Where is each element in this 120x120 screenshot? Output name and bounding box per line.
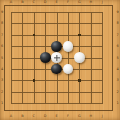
coord-label-right-3: 3 xyxy=(116,78,120,82)
coord-label-right-5: 5 xyxy=(116,56,120,60)
stone-white-F4 xyxy=(63,64,74,75)
coord-label-left-7: 7 xyxy=(0,33,4,37)
coord-label-top-B: B xyxy=(21,0,23,4)
board-intersection-D7[interactable] xyxy=(39,29,50,40)
coord-label-top-C: C xyxy=(33,0,35,4)
board-intersection-G4[interactable] xyxy=(74,63,85,74)
coord-label-bottom-A: A xyxy=(10,114,12,118)
board-intersection-F8[interactable] xyxy=(62,18,73,29)
board-intersection-C4[interactable] xyxy=(28,63,39,74)
board-intersection-H4[interactable] xyxy=(85,63,96,74)
board-intersection-D3[interactable] xyxy=(39,75,50,86)
coord-label-bottom-C: C xyxy=(33,114,35,118)
board-intersection-F3[interactable] xyxy=(62,75,73,86)
board-intersection-C1[interactable] xyxy=(28,97,39,108)
board-intersection-E5[interactable] xyxy=(51,52,62,63)
board-intersection-B6[interactable] xyxy=(17,40,28,51)
board-intersection-F9[interactable] xyxy=(62,6,73,17)
board-intersection-G1[interactable] xyxy=(74,97,85,108)
board-intersection-H2[interactable] xyxy=(85,86,96,97)
board-intersection-E2[interactable] xyxy=(51,86,62,97)
board-intersection-D4[interactable] xyxy=(39,63,50,74)
board-intersection-H8[interactable] xyxy=(85,18,96,29)
coord-label-bottom-B: B xyxy=(21,114,23,118)
board-intersection-H6[interactable] xyxy=(85,40,96,51)
board-intersection-F4[interactable] xyxy=(62,63,73,74)
coord-label-right-2: 2 xyxy=(116,90,120,94)
board-intersection-C3[interactable] xyxy=(28,75,39,86)
board-intersection-D2[interactable] xyxy=(39,86,50,97)
board-intersection-C8[interactable] xyxy=(28,18,39,29)
board-intersection-H5[interactable] xyxy=(85,52,96,63)
board-intersection-J8[interactable] xyxy=(96,18,107,29)
stone-black-E6 xyxy=(51,41,62,52)
board-intersection-G6[interactable] xyxy=(74,40,85,51)
board-intersection-H1[interactable] xyxy=(85,97,96,108)
board-intersection-A4[interactable] xyxy=(5,63,16,74)
coord-label-top-F: F xyxy=(67,0,69,4)
board-intersection-G3[interactable] xyxy=(74,75,85,86)
board-intersection-B8[interactable] xyxy=(17,18,28,29)
board-intersection-F2[interactable] xyxy=(62,86,73,97)
board-intersection-B3[interactable] xyxy=(17,75,28,86)
board-intersection-E4[interactable] xyxy=(51,63,62,74)
coord-label-top-J: J xyxy=(102,0,103,4)
board-intersection-B9[interactable] xyxy=(17,6,28,17)
board-intersection-E7[interactable] xyxy=(51,29,62,40)
board-intersection-B4[interactable] xyxy=(17,63,28,74)
board-intersection-D8[interactable] xyxy=(39,18,50,29)
board-intersection-C6[interactable] xyxy=(28,40,39,51)
coord-label-left-6: 6 xyxy=(0,44,4,48)
board-intersection-B2[interactable] xyxy=(17,86,28,97)
board-intersection-J2[interactable] xyxy=(96,86,107,97)
coord-label-bottom-E: E xyxy=(55,114,57,118)
last-move-marker xyxy=(54,55,60,61)
board-intersection-B7[interactable] xyxy=(17,29,28,40)
stone-white-G5 xyxy=(74,52,85,63)
stone-black-E4 xyxy=(51,64,62,75)
coord-label-left-1: 1 xyxy=(0,101,4,105)
board-intersection-E1[interactable] xyxy=(51,97,62,108)
board-intersection-D6[interactable] xyxy=(39,40,50,51)
board-intersection-F6[interactable] xyxy=(62,40,73,51)
coord-label-top-A: A xyxy=(10,0,12,4)
stone-white-F6 xyxy=(63,41,74,52)
board-intersection-F7[interactable] xyxy=(62,29,73,40)
coord-label-right-9: 9 xyxy=(116,10,120,14)
board-intersection-H7[interactable] xyxy=(85,29,96,40)
board-grid xyxy=(5,6,108,109)
board-intersection-A8[interactable] xyxy=(5,18,16,29)
coord-label-right-7: 7 xyxy=(116,33,120,37)
coord-label-bottom-H: H xyxy=(89,114,92,118)
board-intersection-J5[interactable] xyxy=(96,52,107,63)
board-intersection-C9[interactable] xyxy=(28,6,39,17)
board-intersection-E3[interactable] xyxy=(51,75,62,86)
board-intersection-J4[interactable] xyxy=(96,63,107,74)
go-board-screen: AABBCCDDEEFFGGHHJJ998877665544332211 xyxy=(0,0,120,120)
coord-label-left-5: 5 xyxy=(0,56,4,60)
board-intersection-J3[interactable] xyxy=(96,75,107,86)
coord-label-right-6: 6 xyxy=(116,44,120,48)
board-intersection-J7[interactable] xyxy=(96,29,107,40)
board-intersection-A2[interactable] xyxy=(5,86,16,97)
coord-label-right-1: 1 xyxy=(116,101,120,105)
board-intersection-G9[interactable] xyxy=(74,6,85,17)
board-intersection-F5[interactable] xyxy=(62,52,73,63)
board-intersection-A1[interactable] xyxy=(5,97,16,108)
board-intersection-E8[interactable] xyxy=(51,18,62,29)
board-intersection-A7[interactable] xyxy=(5,29,16,40)
coord-label-left-9: 9 xyxy=(0,10,4,14)
board-intersection-B5[interactable] xyxy=(17,52,28,63)
board-intersection-J9[interactable] xyxy=(96,6,107,17)
stone-black-D5 xyxy=(40,52,51,63)
board-intersection-E6[interactable] xyxy=(51,40,62,51)
board-intersection-F1[interactable] xyxy=(62,97,73,108)
board-intersection-A9[interactable] xyxy=(5,6,16,17)
coord-label-bottom-F: F xyxy=(67,114,69,118)
board-intersection-D9[interactable] xyxy=(39,6,50,17)
coord-label-top-H: H xyxy=(89,0,92,4)
board-intersection-G7[interactable] xyxy=(74,29,85,40)
coord-label-bottom-D: D xyxy=(44,114,47,118)
coord-label-top-G: G xyxy=(78,0,81,4)
board-intersection-B1[interactable] xyxy=(17,97,28,108)
board-intersection-G5[interactable] xyxy=(74,52,85,63)
coord-label-right-4: 4 xyxy=(116,67,120,71)
board-intersection-A3[interactable] xyxy=(5,75,16,86)
board-intersection-C5[interactable] xyxy=(28,52,39,63)
board-intersection-G8[interactable] xyxy=(74,18,85,29)
stone-white-E5 xyxy=(51,52,62,63)
coord-label-left-2: 2 xyxy=(0,90,4,94)
board-intersection-E9[interactable] xyxy=(51,6,62,17)
coord-label-top-E: E xyxy=(55,0,57,4)
coord-label-left-3: 3 xyxy=(0,78,4,82)
coord-label-right-8: 8 xyxy=(116,21,120,25)
board-intersection-A6[interactable] xyxy=(5,40,16,51)
board-intersection-D1[interactable] xyxy=(39,97,50,108)
coord-label-top-D: D xyxy=(44,0,47,4)
coord-label-bottom-J: J xyxy=(102,114,103,118)
board-intersection-G2[interactable] xyxy=(74,86,85,97)
coord-label-bottom-G: G xyxy=(78,114,81,118)
coord-label-left-8: 8 xyxy=(0,21,4,25)
board-intersection-C2[interactable] xyxy=(28,86,39,97)
board-intersection-D5[interactable] xyxy=(39,52,50,63)
coord-label-left-4: 4 xyxy=(0,67,4,71)
board-intersection-J6[interactable] xyxy=(96,40,107,51)
board-intersection-C7[interactable] xyxy=(28,29,39,40)
board-intersection-A5[interactable] xyxy=(5,52,16,63)
board-intersection-J1[interactable] xyxy=(96,97,107,108)
board-intersection-H9[interactable] xyxy=(85,6,96,17)
board-intersection-H3[interactable] xyxy=(85,75,96,86)
